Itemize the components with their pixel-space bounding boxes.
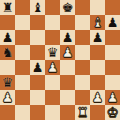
square-b7[interactable] (15, 15, 30, 30)
square-g4[interactable] (90, 60, 105, 75)
square-f6[interactable] (75, 30, 90, 45)
square-a1[interactable] (0, 105, 15, 120)
black-queen-d5[interactable]: ♛ (45, 45, 60, 60)
square-b3[interactable] (15, 75, 30, 90)
square-d2[interactable] (45, 90, 60, 105)
square-h5[interactable] (105, 45, 120, 60)
white-pawn-a2[interactable]: ♟ (0, 90, 15, 105)
white-rook-f1[interactable]: ♜ (75, 105, 90, 120)
square-b8[interactable] (15, 0, 30, 15)
chess-board: ♜♝♚♝♟♟♟♟♞♛♟♟♟♛♟♟♟♜♚ (0, 0, 120, 120)
square-a3[interactable]: ♛ (0, 75, 15, 90)
square-a6[interactable]: ♟ (0, 30, 15, 45)
square-h1[interactable]: ♚ (105, 105, 120, 120)
black-pawn-e6[interactable]: ♟ (60, 30, 75, 45)
square-e4[interactable] (60, 60, 75, 75)
square-c3[interactable] (30, 75, 45, 90)
square-e3[interactable] (60, 75, 75, 90)
black-pawn-a6[interactable]: ♟ (0, 30, 15, 45)
square-c1[interactable] (30, 105, 45, 120)
square-f3[interactable] (75, 75, 90, 90)
square-c7[interactable] (30, 15, 45, 30)
square-c5[interactable] (30, 45, 45, 60)
square-f4[interactable] (75, 60, 90, 75)
square-c4[interactable]: ♟ (30, 60, 45, 75)
square-g3[interactable] (90, 75, 105, 90)
white-pawn-d4[interactable]: ♟ (45, 60, 60, 75)
square-h8[interactable] (105, 0, 120, 15)
square-f8[interactable] (75, 0, 90, 15)
square-d3[interactable] (45, 75, 60, 90)
square-c8[interactable]: ♝ (30, 0, 45, 15)
white-pawn-h2[interactable]: ♟ (105, 90, 120, 105)
white-pawn-e5[interactable]: ♟ (60, 45, 75, 60)
black-bishop-c8[interactable]: ♝ (30, 0, 45, 15)
white-pawn-g2[interactable]: ♟ (90, 90, 105, 105)
square-a7[interactable] (0, 15, 15, 30)
square-e5[interactable]: ♟ (60, 45, 75, 60)
square-h4[interactable] (105, 60, 120, 75)
square-g7[interactable]: ♝ (90, 15, 105, 30)
square-a8[interactable]: ♜ (0, 0, 15, 15)
square-d6[interactable] (45, 30, 60, 45)
black-pawn-g6[interactable]: ♟ (90, 30, 105, 45)
black-knight-a5[interactable]: ♞ (0, 45, 15, 60)
square-d7[interactable] (45, 15, 60, 30)
black-rook-a8[interactable]: ♜ (0, 0, 15, 15)
square-c2[interactable] (30, 90, 45, 105)
square-e2[interactable] (60, 90, 75, 105)
square-a4[interactable] (0, 60, 15, 75)
square-h3[interactable] (105, 75, 120, 90)
square-d5[interactable]: ♛ (45, 45, 60, 60)
white-king-h1[interactable]: ♚ (105, 105, 120, 120)
square-e6[interactable]: ♟ (60, 30, 75, 45)
white-bishop-g7[interactable]: ♝ (90, 15, 105, 30)
square-e7[interactable] (60, 15, 75, 30)
square-e1[interactable] (60, 105, 75, 120)
square-b5[interactable] (15, 45, 30, 60)
black-queen-a3[interactable]: ♛ (0, 75, 15, 90)
square-g8[interactable] (90, 0, 105, 15)
square-b2[interactable] (15, 90, 30, 105)
square-f2[interactable] (75, 90, 90, 105)
square-f7[interactable] (75, 15, 90, 30)
square-g2[interactable]: ♟ (90, 90, 105, 105)
square-d1[interactable] (45, 105, 60, 120)
black-pawn-c4[interactable]: ♟ (30, 60, 45, 75)
square-e8[interactable]: ♚ (60, 0, 75, 15)
square-a5[interactable]: ♞ (0, 45, 15, 60)
square-b1[interactable] (15, 105, 30, 120)
square-h6[interactable] (105, 30, 120, 45)
square-f1[interactable]: ♜ (75, 105, 90, 120)
square-d4[interactable]: ♟ (45, 60, 60, 75)
black-pawn-h7[interactable]: ♟ (105, 15, 120, 30)
square-b4[interactable] (15, 60, 30, 75)
square-a2[interactable]: ♟ (0, 90, 15, 105)
square-h7[interactable]: ♟ (105, 15, 120, 30)
square-b6[interactable] (15, 30, 30, 45)
square-h2[interactable]: ♟ (105, 90, 120, 105)
square-c6[interactable] (30, 30, 45, 45)
black-king-e8[interactable]: ♚ (60, 0, 75, 15)
square-g5[interactable] (90, 45, 105, 60)
square-d8[interactable] (45, 0, 60, 15)
square-g6[interactable]: ♟ (90, 30, 105, 45)
square-f5[interactable] (75, 45, 90, 60)
square-g1[interactable] (90, 105, 105, 120)
